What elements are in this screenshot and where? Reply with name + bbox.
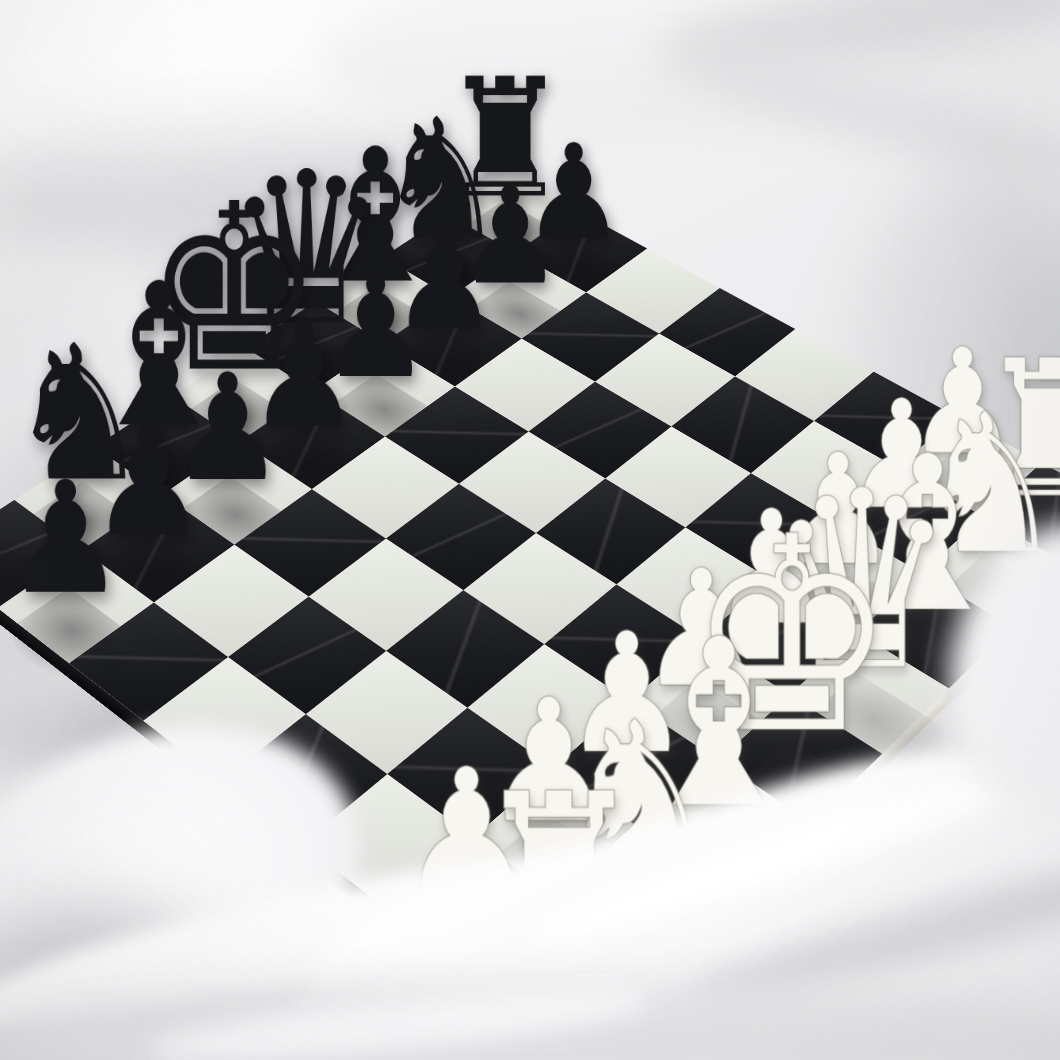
photo-scene: ♜♟♟♜♞♟♟♞♝♟♟♝♛♟♟♛♚♟♟♚♝♟♟♝♞♟♟♞♜♟♟♜ (0, 0, 1060, 1060)
piece-black-pawn: ♟ (6, 465, 126, 612)
square-f5 (309, 539, 463, 651)
